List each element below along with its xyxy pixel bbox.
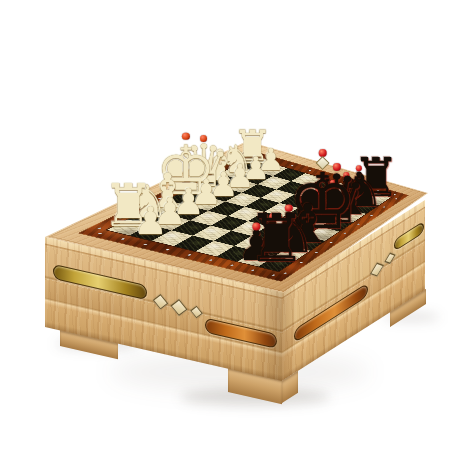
chess-set-photo: ♜♞♝♛♚♝♞♜♟♟♟♟♟♟♟♟♟♟♟♟♟♟♟♟♜♞♝♛♚♝♞♜ <box>0 0 450 450</box>
piece-black-rook-h8[interactable]: ♜ <box>247 205 306 271</box>
amber-finial <box>318 149 328 168</box>
black-rook-glyph: ♜ <box>247 205 306 271</box>
pieces-layer: ♜♞♝♛♚♝♞♜♟♟♟♟♟♟♟♟♟♟♟♟♟♟♟♟♜♞♝♛♚♝♞♜ <box>0 0 450 450</box>
amber-finial <box>182 133 189 140</box>
white-pawn-glyph: ♟ <box>133 202 167 240</box>
piece-white-pawn-h2[interactable]: ♟ <box>133 202 167 240</box>
